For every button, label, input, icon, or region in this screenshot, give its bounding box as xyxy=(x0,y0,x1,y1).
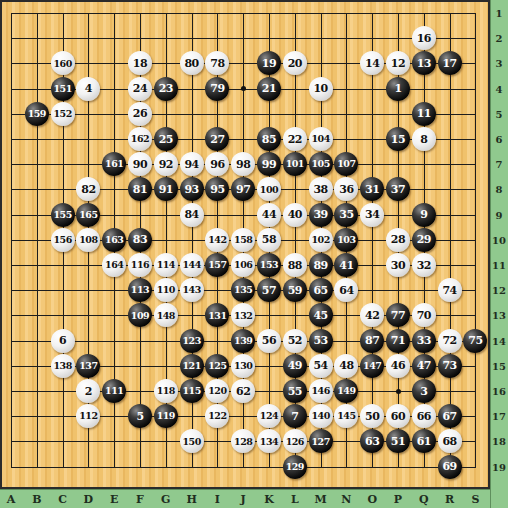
black-stone-N11[interactable]: 41 xyxy=(334,253,358,277)
white-stone-P11[interactable]: 30 xyxy=(386,253,410,277)
black-stone-H16[interactable]: 115 xyxy=(180,379,204,403)
white-stone-D4[interactable]: 4 xyxy=(76,77,100,101)
black-stone-G8[interactable]: 91 xyxy=(154,177,178,201)
white-stone-G7[interactable]: 92 xyxy=(154,152,178,176)
move-number: 93 xyxy=(184,184,198,195)
move-number: 145 xyxy=(337,411,355,421)
white-stone-F5[interactable]: 26 xyxy=(128,102,152,126)
move-number: 118 xyxy=(157,386,175,396)
move-number: 109 xyxy=(131,311,149,321)
row-label-13: 13 xyxy=(492,310,506,321)
row-label-4: 4 xyxy=(496,83,503,94)
move-number: 52 xyxy=(288,335,302,346)
white-stone-N15[interactable]: 48 xyxy=(334,354,358,378)
move-number: 161 xyxy=(105,159,123,169)
black-stone-B5[interactable]: 159 xyxy=(25,102,49,126)
move-number: 36 xyxy=(339,184,353,195)
white-stone-H7[interactable]: 94 xyxy=(180,152,204,176)
move-number: 114 xyxy=(157,260,175,270)
black-stone-M13[interactable]: 45 xyxy=(309,303,333,327)
move-number: 132 xyxy=(234,311,252,321)
move-number: 99 xyxy=(262,159,276,170)
move-number: 84 xyxy=(184,209,198,220)
white-stone-I3[interactable]: 78 xyxy=(205,51,229,75)
black-stone-Q5[interactable]: 11 xyxy=(412,102,436,126)
black-stone-O18[interactable]: 63 xyxy=(360,429,384,453)
move-number: 122 xyxy=(208,411,226,421)
black-stone-I13[interactable]: 131 xyxy=(205,303,229,327)
move-number: 61 xyxy=(417,436,431,447)
row-label-18: 18 xyxy=(492,436,506,447)
white-stone-R14[interactable]: 72 xyxy=(438,329,462,353)
move-number: 108 xyxy=(79,235,97,245)
move-number: 148 xyxy=(157,311,175,321)
grid-line-horizontal xyxy=(11,38,476,39)
black-stone-L7[interactable]: 101 xyxy=(283,152,307,176)
move-number: 77 xyxy=(391,310,405,321)
move-number: 31 xyxy=(365,184,379,195)
black-stone-F17[interactable]: 5 xyxy=(128,404,152,428)
white-stone-F3[interactable]: 18 xyxy=(128,51,152,75)
move-number: 4 xyxy=(85,83,92,94)
black-stone-O8[interactable]: 31 xyxy=(360,177,384,201)
column-label-P: P xyxy=(394,493,402,506)
row-label-17: 17 xyxy=(492,411,506,422)
black-stone-K7[interactable]: 99 xyxy=(257,152,281,176)
black-stone-M7[interactable]: 105 xyxy=(309,152,333,176)
move-number: 110 xyxy=(157,285,175,295)
white-stone-L6[interactable]: 22 xyxy=(283,127,307,151)
black-stone-F13[interactable]: 109 xyxy=(128,303,152,327)
black-stone-L12[interactable]: 59 xyxy=(283,278,307,302)
black-stone-Q10[interactable]: 29 xyxy=(412,228,436,252)
grid-line-horizontal xyxy=(11,114,476,115)
move-number: 2 xyxy=(85,386,92,397)
grid-line-horizontal xyxy=(11,467,476,468)
move-number: 152 xyxy=(53,109,71,119)
black-stone-L16[interactable]: 55 xyxy=(283,379,307,403)
black-stone-M12[interactable]: 65 xyxy=(309,278,333,302)
white-stone-F11[interactable]: 116 xyxy=(128,253,152,277)
move-number: 48 xyxy=(339,360,353,371)
black-stone-I15[interactable]: 125 xyxy=(205,354,229,378)
black-stone-R17[interactable]: 67 xyxy=(438,404,462,428)
move-number: 165 xyxy=(79,210,97,220)
move-number: 138 xyxy=(53,361,71,371)
black-stone-Q18[interactable]: 61 xyxy=(412,429,436,453)
move-number: 75 xyxy=(468,335,482,346)
move-number: 57 xyxy=(262,285,276,296)
black-stone-O14[interactable]: 87 xyxy=(360,329,384,353)
black-stone-M11[interactable]: 89 xyxy=(309,253,333,277)
move-number: 25 xyxy=(159,134,173,145)
move-number: 59 xyxy=(288,285,302,296)
white-stone-I17[interactable]: 122 xyxy=(205,404,229,428)
move-number: 164 xyxy=(105,260,123,270)
black-stone-L17[interactable]: 7 xyxy=(283,404,307,428)
move-number: 91 xyxy=(159,184,173,195)
white-stone-M10[interactable]: 102 xyxy=(309,228,333,252)
move-number: 116 xyxy=(131,260,149,270)
white-stone-I16[interactable]: 120 xyxy=(205,379,229,403)
white-stone-F6[interactable]: 162 xyxy=(128,127,152,151)
white-stone-C3[interactable]: 160 xyxy=(51,51,75,75)
white-stone-J10[interactable]: 158 xyxy=(231,228,255,252)
move-number: 106 xyxy=(234,260,252,270)
move-number: 119 xyxy=(157,411,175,421)
white-stone-H3[interactable]: 80 xyxy=(180,51,204,75)
black-stone-J14[interactable]: 139 xyxy=(231,329,255,353)
black-stone-F8[interactable]: 81 xyxy=(128,177,152,201)
move-number: 101 xyxy=(286,159,304,169)
white-stone-O9[interactable]: 34 xyxy=(360,203,384,227)
move-number: 94 xyxy=(184,159,198,170)
black-stone-L19[interactable]: 129 xyxy=(283,455,307,479)
move-number: 142 xyxy=(208,235,226,245)
black-stone-Q14[interactable]: 33 xyxy=(412,329,436,353)
white-stone-K14[interactable]: 56 xyxy=(257,329,281,353)
move-number: 115 xyxy=(182,386,200,396)
white-stone-N17[interactable]: 145 xyxy=(334,404,358,428)
black-stone-Q15[interactable]: 47 xyxy=(412,354,436,378)
white-stone-Q17[interactable]: 66 xyxy=(412,404,436,428)
move-number: 54 xyxy=(313,360,327,371)
column-label-B: B xyxy=(32,493,41,506)
black-stone-K11[interactable]: 153 xyxy=(257,253,281,277)
black-stone-S14[interactable]: 75 xyxy=(463,329,487,353)
white-stone-L9[interactable]: 40 xyxy=(283,203,307,227)
white-stone-L11[interactable]: 88 xyxy=(283,253,307,277)
black-stone-I6[interactable]: 27 xyxy=(205,127,229,151)
black-stone-D15[interactable]: 137 xyxy=(76,354,100,378)
row-label-6: 6 xyxy=(496,134,503,145)
white-stone-M17[interactable]: 140 xyxy=(309,404,333,428)
white-stone-I10[interactable]: 142 xyxy=(205,228,229,252)
white-stone-K8[interactable]: 100 xyxy=(257,177,281,201)
column-label-G: G xyxy=(161,493,170,506)
black-stone-K6[interactable]: 85 xyxy=(257,127,281,151)
move-number: 20 xyxy=(288,58,302,69)
move-number: 9 xyxy=(420,209,427,220)
black-stone-N16[interactable]: 149 xyxy=(334,379,358,403)
white-stone-O17[interactable]: 50 xyxy=(360,404,384,428)
move-number: 6 xyxy=(59,335,66,346)
white-stone-G12[interactable]: 110 xyxy=(154,278,178,302)
black-stone-E16[interactable]: 111 xyxy=(102,379,126,403)
move-number: 158 xyxy=(234,235,252,245)
white-stone-P17[interactable]: 60 xyxy=(386,404,410,428)
move-number: 89 xyxy=(313,260,327,271)
move-number: 163 xyxy=(105,235,123,245)
white-stone-J13[interactable]: 132 xyxy=(231,303,255,327)
move-number: 82 xyxy=(81,184,95,195)
move-number: 41 xyxy=(339,260,353,271)
column-label-L: L xyxy=(291,493,299,506)
white-stone-I7[interactable]: 96 xyxy=(205,152,229,176)
black-stone-G6[interactable]: 25 xyxy=(154,127,178,151)
move-number: 97 xyxy=(236,184,250,195)
white-stone-C14[interactable]: 6 xyxy=(51,329,75,353)
move-number: 125 xyxy=(208,361,226,371)
white-stone-D10[interactable]: 108 xyxy=(76,228,100,252)
move-number: 112 xyxy=(79,411,97,421)
move-number: 98 xyxy=(236,159,250,170)
move-number: 8 xyxy=(420,134,427,145)
black-stone-I11[interactable]: 157 xyxy=(205,253,229,277)
row-label-7: 7 xyxy=(496,159,503,170)
move-number: 130 xyxy=(234,361,252,371)
black-stone-F10[interactable]: 83 xyxy=(128,228,152,252)
move-number: 88 xyxy=(288,260,302,271)
move-number: 160 xyxy=(53,59,71,69)
white-stone-D16[interactable]: 2 xyxy=(76,379,100,403)
move-number: 83 xyxy=(133,234,147,245)
black-stone-H14[interactable]: 123 xyxy=(180,329,204,353)
white-stone-H11[interactable]: 144 xyxy=(180,253,204,277)
white-stone-M16[interactable]: 146 xyxy=(309,379,333,403)
black-stone-P4[interactable]: 1 xyxy=(386,77,410,101)
black-stone-Q9[interactable]: 9 xyxy=(412,203,436,227)
move-number: 14 xyxy=(365,58,379,69)
move-number: 27 xyxy=(210,134,224,145)
column-label-E: E xyxy=(110,493,118,506)
move-number: 129 xyxy=(286,462,304,472)
move-number: 53 xyxy=(313,335,327,346)
move-number: 113 xyxy=(131,285,149,295)
black-stone-M14[interactable]: 53 xyxy=(309,329,333,353)
black-stone-Q3[interactable]: 13 xyxy=(412,51,436,75)
white-stone-C15[interactable]: 138 xyxy=(51,354,75,378)
move-number: 11 xyxy=(417,108,431,119)
white-stone-Q2[interactable]: 16 xyxy=(412,26,436,50)
move-number: 3 xyxy=(420,386,427,397)
white-stone-J18[interactable]: 128 xyxy=(231,429,255,453)
move-number: 10 xyxy=(313,83,327,94)
go-board[interactable]: 1616018807819201412131715142423792110115… xyxy=(0,0,490,489)
white-stone-H12[interactable]: 143 xyxy=(180,278,204,302)
black-stone-R3[interactable]: 17 xyxy=(438,51,462,75)
move-number: 66 xyxy=(417,411,431,422)
black-stone-I8[interactable]: 95 xyxy=(205,177,229,201)
move-number: 73 xyxy=(442,360,456,371)
black-stone-P6[interactable]: 15 xyxy=(386,127,410,151)
move-number: 140 xyxy=(311,411,329,421)
black-stone-N10[interactable]: 103 xyxy=(334,228,358,252)
white-stone-P3[interactable]: 12 xyxy=(386,51,410,75)
white-stone-M4[interactable]: 10 xyxy=(309,77,333,101)
white-stone-L18[interactable]: 126 xyxy=(283,429,307,453)
move-number: 44 xyxy=(262,209,276,220)
move-number: 33 xyxy=(417,335,431,346)
column-label-D: D xyxy=(84,493,94,506)
move-number: 162 xyxy=(131,134,149,144)
column-label-A: A xyxy=(7,493,16,506)
white-stone-P15[interactable]: 46 xyxy=(386,354,410,378)
black-stone-F12[interactable]: 113 xyxy=(128,278,152,302)
white-stone-G11[interactable]: 114 xyxy=(154,253,178,277)
white-stone-J16[interactable]: 62 xyxy=(231,379,255,403)
row-coordinate-strip xyxy=(490,0,508,508)
move-number: 144 xyxy=(182,260,200,270)
white-stone-M8[interactable]: 38 xyxy=(309,177,333,201)
move-number: 95 xyxy=(210,184,224,195)
black-stone-R19[interactable]: 69 xyxy=(438,455,462,479)
column-label-S: S xyxy=(471,493,479,506)
grid-line-horizontal xyxy=(11,13,476,14)
move-number: 139 xyxy=(234,336,252,346)
move-number: 64 xyxy=(339,285,353,296)
move-number: 19 xyxy=(262,58,276,69)
move-number: 22 xyxy=(288,134,302,145)
row-label-2: 2 xyxy=(496,33,503,44)
move-number: 50 xyxy=(365,411,379,422)
black-stone-G17[interactable]: 119 xyxy=(154,404,178,428)
white-stone-H9[interactable]: 84 xyxy=(180,203,204,227)
white-stone-M6[interactable]: 104 xyxy=(309,127,333,151)
column-label-C: C xyxy=(58,493,67,506)
move-number: 24 xyxy=(133,83,147,94)
black-stone-C4[interactable]: 151 xyxy=(51,77,75,101)
move-number: 12 xyxy=(391,58,405,69)
move-number: 153 xyxy=(260,260,278,270)
black-stone-N9[interactable]: 35 xyxy=(334,203,358,227)
white-stone-J15[interactable]: 130 xyxy=(231,354,255,378)
move-number: 71 xyxy=(391,335,405,346)
column-label-I: I xyxy=(215,493,220,506)
black-stone-G4[interactable]: 23 xyxy=(154,77,178,101)
column-label-H: H xyxy=(186,493,196,506)
move-number: 90 xyxy=(133,159,147,170)
move-number: 32 xyxy=(417,260,431,271)
black-stone-I4[interactable]: 79 xyxy=(205,77,229,101)
white-stone-K18[interactable]: 134 xyxy=(257,429,281,453)
move-number: 151 xyxy=(53,84,71,94)
black-stone-L15[interactable]: 49 xyxy=(283,354,307,378)
move-number: 45 xyxy=(313,310,327,321)
black-stone-C9[interactable]: 155 xyxy=(51,203,75,227)
black-stone-E10[interactable]: 163 xyxy=(102,228,126,252)
black-stone-K4[interactable]: 21 xyxy=(257,77,281,101)
white-stone-D8[interactable]: 82 xyxy=(76,177,100,201)
black-stone-N7[interactable]: 107 xyxy=(334,152,358,176)
white-stone-K9[interactable]: 44 xyxy=(257,203,281,227)
move-number: 102 xyxy=(311,235,329,245)
white-stone-Q11[interactable]: 32 xyxy=(412,253,436,277)
black-stone-E7[interactable]: 161 xyxy=(102,152,126,176)
white-stone-J11[interactable]: 106 xyxy=(231,253,255,277)
move-number: 68 xyxy=(442,436,456,447)
white-stone-K17[interactable]: 124 xyxy=(257,404,281,428)
white-stone-F7[interactable]: 90 xyxy=(128,152,152,176)
white-stone-F4[interactable]: 24 xyxy=(128,77,152,101)
row-label-11: 11 xyxy=(492,260,506,271)
row-label-15: 15 xyxy=(492,360,506,371)
move-number: 156 xyxy=(53,235,71,245)
black-stone-P14[interactable]: 71 xyxy=(386,329,410,353)
black-stone-P18[interactable]: 51 xyxy=(386,429,410,453)
move-number: 23 xyxy=(159,83,173,94)
column-label-O: O xyxy=(367,493,377,506)
black-stone-Q16[interactable]: 3 xyxy=(412,379,436,403)
white-stone-D17[interactable]: 112 xyxy=(76,404,100,428)
go-game-diagram: 1616018807819201412131715142423792110115… xyxy=(0,0,508,508)
black-stone-H8[interactable]: 93 xyxy=(180,177,204,201)
move-number: 16 xyxy=(417,33,431,44)
black-stone-P8[interactable]: 37 xyxy=(386,177,410,201)
white-stone-P10[interactable]: 28 xyxy=(386,228,410,252)
white-stone-L3[interactable]: 20 xyxy=(283,51,307,75)
white-stone-C5[interactable]: 152 xyxy=(51,102,75,126)
black-stone-K12[interactable]: 57 xyxy=(257,278,281,302)
star-point xyxy=(241,86,246,91)
black-stone-R15[interactable]: 73 xyxy=(438,354,462,378)
black-stone-J8[interactable]: 97 xyxy=(231,177,255,201)
row-label-3: 3 xyxy=(496,58,503,69)
black-stone-H15[interactable]: 121 xyxy=(180,354,204,378)
move-number: 74 xyxy=(442,285,456,296)
black-stone-J12[interactable]: 135 xyxy=(231,278,255,302)
move-number: 56 xyxy=(262,335,276,346)
white-stone-J7[interactable]: 98 xyxy=(231,152,255,176)
move-number: 137 xyxy=(79,361,97,371)
white-stone-Q13[interactable]: 70 xyxy=(412,303,436,327)
black-stone-P13[interactable]: 77 xyxy=(386,303,410,327)
move-number: 15 xyxy=(391,134,405,145)
white-stone-N12[interactable]: 64 xyxy=(334,278,358,302)
white-stone-R18[interactable]: 68 xyxy=(438,429,462,453)
white-stone-K10[interactable]: 58 xyxy=(257,228,281,252)
white-stone-C10[interactable]: 156 xyxy=(51,228,75,252)
column-label-N: N xyxy=(341,493,351,506)
move-number: 18 xyxy=(133,58,147,69)
white-stone-Q6[interactable]: 8 xyxy=(412,127,436,151)
move-number: 111 xyxy=(105,386,123,396)
row-label-8: 8 xyxy=(496,184,503,195)
black-stone-M18[interactable]: 127 xyxy=(309,429,333,453)
black-stone-M9[interactable]: 39 xyxy=(309,203,333,227)
move-number: 105 xyxy=(311,159,329,169)
white-stone-R12[interactable]: 74 xyxy=(438,278,462,302)
move-number: 72 xyxy=(442,335,456,346)
move-number: 127 xyxy=(311,437,329,447)
white-stone-E11[interactable]: 164 xyxy=(102,253,126,277)
white-stone-H18[interactable]: 150 xyxy=(180,429,204,453)
white-stone-M15[interactable]: 54 xyxy=(309,354,333,378)
move-number: 159 xyxy=(28,109,46,119)
white-stone-L14[interactable]: 52 xyxy=(283,329,307,353)
move-number: 92 xyxy=(159,159,173,170)
white-stone-O13[interactable]: 42 xyxy=(360,303,384,327)
move-number: 67 xyxy=(442,411,456,422)
black-stone-O15[interactable]: 147 xyxy=(360,354,384,378)
white-stone-G16[interactable]: 118 xyxy=(154,379,178,403)
move-number: 37 xyxy=(391,184,405,195)
move-number: 96 xyxy=(210,159,224,170)
black-stone-K3[interactable]: 19 xyxy=(257,51,281,75)
move-number: 7 xyxy=(291,411,298,422)
black-stone-D9[interactable]: 165 xyxy=(76,203,100,227)
move-number: 47 xyxy=(417,360,431,371)
white-stone-G13[interactable]: 148 xyxy=(154,303,178,327)
move-number: 124 xyxy=(260,411,278,421)
row-label-5: 5 xyxy=(496,108,503,119)
move-number: 5 xyxy=(136,411,143,422)
move-number: 87 xyxy=(365,335,379,346)
white-stone-O3[interactable]: 14 xyxy=(360,51,384,75)
white-stone-N8[interactable]: 36 xyxy=(334,177,358,201)
move-number: 40 xyxy=(288,209,302,220)
move-number: 100 xyxy=(260,185,278,195)
